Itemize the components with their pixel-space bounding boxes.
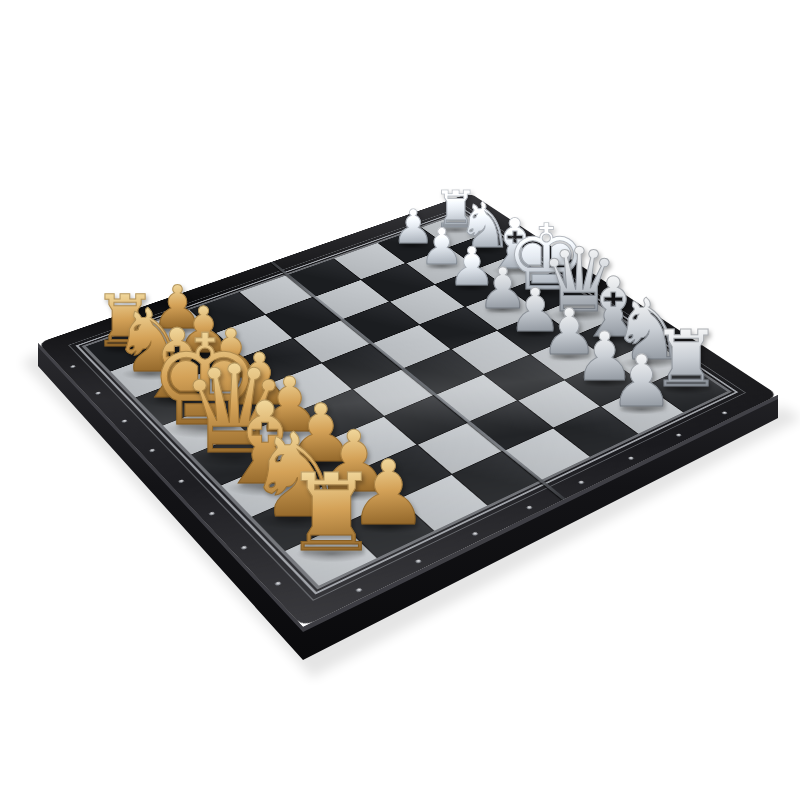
chess-set-photo: ♜♞♝♛♚♝♞♜♟♟♟♟♟♟♟♟♟♟♟♟♟♟♟♟♜♞♝♛♚♝♞♜ [0,0,800,800]
